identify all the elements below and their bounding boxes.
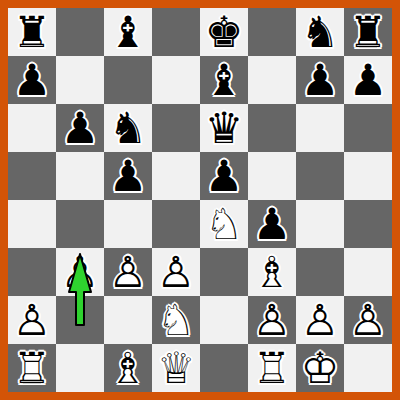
square-c2[interactable] [104,296,152,344]
square-c3[interactable]: ♟♙ [104,248,152,296]
piece-outline-glyph: ♖ [13,344,52,392]
piece-glyph: ♛ [205,104,244,152]
black-pawn[interactable]: ♟ [296,56,344,104]
square-f8[interactable] [248,8,296,56]
square-a7[interactable]: ♟ [8,56,56,104]
white-pawn[interactable]: ♟♙ [104,248,152,296]
piece-outline-glyph: ♙ [301,296,340,344]
square-d8[interactable] [152,8,200,56]
square-b3[interactable]: ♟♙ [56,248,104,296]
square-g5[interactable] [296,152,344,200]
piece-glyph: ♟ [205,152,244,200]
piece-outline-glyph: ♗ [253,248,292,296]
black-pawn[interactable]: ♟ [56,104,104,152]
square-a3[interactable] [8,248,56,296]
piece-glyph: ♟ [253,200,292,248]
square-g4[interactable] [296,200,344,248]
square-a1[interactable]: ♜♖ [8,344,56,392]
black-pawn[interactable]: ♟ [8,56,56,104]
black-knight[interactable]: ♞ [296,8,344,56]
square-b2[interactable] [56,296,104,344]
white-pawn[interactable]: ♟♙ [152,248,200,296]
piece-outline-glyph: ♖ [253,344,292,392]
square-a2[interactable]: ♟♙ [8,296,56,344]
piece-outline-glyph: ♙ [61,248,100,296]
square-h2[interactable]: ♟♙ [344,296,392,344]
square-g3[interactable] [296,248,344,296]
square-g1[interactable]: ♚♔ [296,344,344,392]
white-queen[interactable]: ♛♕ [152,344,200,392]
black-queen[interactable]: ♛ [200,104,248,152]
piece-glyph: ♜ [13,8,52,56]
square-f3[interactable]: ♝♗ [248,248,296,296]
square-d6[interactable] [152,104,200,152]
piece-outline-glyph: ♔ [301,344,340,392]
square-d4[interactable] [152,200,200,248]
square-b5[interactable] [56,152,104,200]
square-d5[interactable] [152,152,200,200]
square-a4[interactable] [8,200,56,248]
square-b7[interactable] [56,56,104,104]
square-h8[interactable]: ♜ [344,8,392,56]
piece-outline-glyph: ♗ [109,344,148,392]
piece-outline-glyph: ♘ [205,200,244,248]
black-pawn[interactable]: ♟ [344,56,392,104]
square-a5[interactable] [8,152,56,200]
black-pawn[interactable]: ♟ [104,152,152,200]
square-c1[interactable]: ♝♗ [104,344,152,392]
piece-glyph: ♟ [13,56,52,104]
black-knight[interactable]: ♞ [104,104,152,152]
square-d3[interactable]: ♟♙ [152,248,200,296]
square-e1[interactable] [200,344,248,392]
square-a8[interactable]: ♜ [8,8,56,56]
square-e7[interactable]: ♝ [200,56,248,104]
square-h3[interactable] [344,248,392,296]
square-b8[interactable] [56,8,104,56]
piece-glyph: ♞ [301,8,340,56]
white-pawn[interactable]: ♟♙ [296,296,344,344]
square-d2[interactable]: ♞♘ [152,296,200,344]
piece-glyph: ♜ [349,8,388,56]
piece-outline-glyph: ♙ [109,248,148,296]
square-f1[interactable]: ♜♖ [248,344,296,392]
white-bishop[interactable]: ♝♗ [104,344,152,392]
square-b4[interactable] [56,200,104,248]
white-pawn[interactable]: ♟♙ [56,248,104,296]
black-pawn[interactable]: ♟ [200,152,248,200]
white-bishop[interactable]: ♝♗ [248,248,296,296]
piece-outline-glyph: ♙ [349,296,388,344]
black-rook[interactable]: ♜ [344,8,392,56]
square-f7[interactable] [248,56,296,104]
white-pawn[interactable]: ♟♙ [8,296,56,344]
square-b6[interactable]: ♟ [56,104,104,152]
white-rook[interactable]: ♜♖ [8,344,56,392]
square-f2[interactable]: ♟♙ [248,296,296,344]
white-pawn[interactable]: ♟♙ [248,296,296,344]
square-d7[interactable] [152,56,200,104]
piece-glyph: ♚ [205,8,244,56]
square-d1[interactable]: ♛♕ [152,344,200,392]
square-c4[interactable] [104,200,152,248]
white-knight[interactable]: ♞♘ [200,200,248,248]
square-e4[interactable]: ♞♘ [200,200,248,248]
page-background: { "game": "chess", "position": { "fen": … [0,0,400,400]
square-g2[interactable]: ♟♙ [296,296,344,344]
square-h6[interactable] [344,104,392,152]
piece-outline-glyph: ♕ [157,344,196,392]
square-h4[interactable] [344,200,392,248]
square-a6[interactable] [8,104,56,152]
square-c6[interactable]: ♞ [104,104,152,152]
black-rook[interactable]: ♜ [8,8,56,56]
piece-glyph: ♟ [61,104,100,152]
square-c8[interactable]: ♝ [104,8,152,56]
square-f5[interactable] [248,152,296,200]
piece-outline-glyph: ♙ [157,248,196,296]
square-e3[interactable] [200,248,248,296]
square-e2[interactable] [200,296,248,344]
black-bishop[interactable]: ♝ [200,56,248,104]
square-e6[interactable]: ♛ [200,104,248,152]
square-h5[interactable] [344,152,392,200]
board-frame: ♜♝♚♞♜♟♝♟♟♟♞♛♟♟♞♘♟♟♙♟♙♟♙♝♗♟♙♞♘♟♙♟♙♟♙♜♖♝♗♛… [8,8,392,392]
white-king[interactable]: ♚♔ [296,344,344,392]
white-knight[interactable]: ♞♘ [152,296,200,344]
piece-glyph: ♝ [205,56,244,104]
square-f6[interactable] [248,104,296,152]
chess-board: ♜♝♚♞♜♟♝♟♟♟♞♛♟♟♞♘♟♟♙♟♙♟♙♝♗♟♙♞♘♟♙♟♙♟♙♜♖♝♗♛… [8,8,392,392]
piece-glyph: ♞ [109,104,148,152]
square-h1[interactable] [344,344,392,392]
piece-glyph: ♝ [109,8,148,56]
square-g6[interactable] [296,104,344,152]
square-e5[interactable]: ♟ [200,152,248,200]
piece-glyph: ♟ [301,56,340,104]
square-f4[interactable]: ♟ [248,200,296,248]
square-g8[interactable]: ♞ [296,8,344,56]
white-rook[interactable]: ♜♖ [248,344,296,392]
square-e8[interactable]: ♚ [200,8,248,56]
black-king[interactable]: ♚ [200,8,248,56]
square-c7[interactable] [104,56,152,104]
square-h7[interactable]: ♟ [344,56,392,104]
black-pawn[interactable]: ♟ [248,200,296,248]
piece-outline-glyph: ♙ [253,296,292,344]
square-b1[interactable] [56,344,104,392]
white-pawn[interactable]: ♟♙ [344,296,392,344]
square-c5[interactable]: ♟ [104,152,152,200]
black-bishop[interactable]: ♝ [104,8,152,56]
square-g7[interactable]: ♟ [296,56,344,104]
piece-glyph: ♟ [109,152,148,200]
piece-outline-glyph: ♙ [13,296,52,344]
piece-outline-glyph: ♘ [157,296,196,344]
piece-glyph: ♟ [349,56,388,104]
